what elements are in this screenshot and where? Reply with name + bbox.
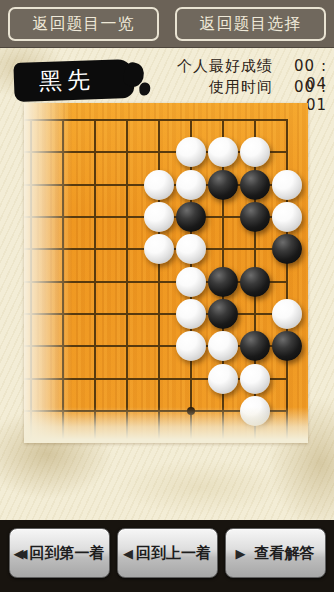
bottom-bar: ◀◀ 回到第一着 ◀ 回到上一着 ▶ 查看解答 (0, 520, 334, 592)
white-stone (240, 364, 270, 394)
white-stone (144, 234, 174, 264)
play-forward-icon: ▶ (236, 546, 246, 561)
go-board[interactable] (24, 103, 308, 443)
white-stone (176, 267, 206, 297)
step-back-icon: ◀ (123, 546, 133, 561)
back-to-previous-move-button[interactable]: ◀ 回到上一着 (117, 528, 218, 578)
black-stone (272, 234, 302, 264)
to-play-badge: 黑先 (13, 59, 134, 102)
view-answer-button[interactable]: ▶ 查看解答 (225, 528, 326, 578)
black-stone (240, 267, 270, 297)
back-to-first-move-button[interactable]: ◀◀ 回到第一着 (9, 528, 110, 578)
black-stone (272, 331, 302, 361)
back-to-problem-select-button[interactable]: 返回题目选择 (175, 7, 326, 41)
black-stone (208, 267, 238, 297)
white-stone (144, 170, 174, 200)
back-to-first-move-label: 回到第一着 (30, 544, 105, 563)
black-stone (240, 202, 270, 232)
best-score-row: 个人最好成绩 00 : 04 (177, 57, 327, 78)
white-stone (208, 331, 238, 361)
rewind-to-first-icon: ◀◀ (14, 546, 22, 561)
black-stone (240, 170, 270, 200)
black-stone (208, 299, 238, 329)
white-stone (176, 170, 206, 200)
white-stone (272, 170, 302, 200)
black-stone (240, 331, 270, 361)
white-stone (176, 331, 206, 361)
black-stone (208, 170, 238, 200)
white-stone (208, 137, 238, 167)
view-answer-label: 查看解答 (255, 544, 315, 563)
best-score-label: 个人最好成绩 (177, 57, 273, 76)
white-stone (176, 137, 206, 167)
white-stone (208, 364, 238, 394)
top-bar: 返回题目一览 返回题目选择 (0, 0, 334, 48)
back-to-previous-move-label: 回到上一着 (136, 544, 211, 563)
back-to-problem-list-button[interactable]: 返回题目一览 (8, 7, 159, 41)
white-stone (240, 137, 270, 167)
white-stone (176, 234, 206, 264)
white-stone (272, 299, 302, 329)
elapsed-time-row: 使用时间 00 : 01 (177, 78, 327, 99)
elapsed-time-label: 使用时间 (209, 78, 273, 97)
app-screen: 返回题目一览 返回题目选择 黑先 个人最好成绩 00 : 04 使用时间 00 … (0, 0, 334, 592)
white-stone (176, 299, 206, 329)
white-stone (272, 202, 302, 232)
white-stone (144, 202, 174, 232)
board-left-fade (24, 103, 72, 443)
to-play-label: 黑先 (13, 64, 95, 98)
black-stone (176, 202, 206, 232)
stats-panel: 个人最好成绩 00 : 04 使用时间 00 : 01 (177, 57, 327, 99)
content-area: 黑先 个人最好成绩 00 : 04 使用时间 00 : 01 (0, 48, 334, 520)
board-bottom-fade (24, 407, 308, 443)
